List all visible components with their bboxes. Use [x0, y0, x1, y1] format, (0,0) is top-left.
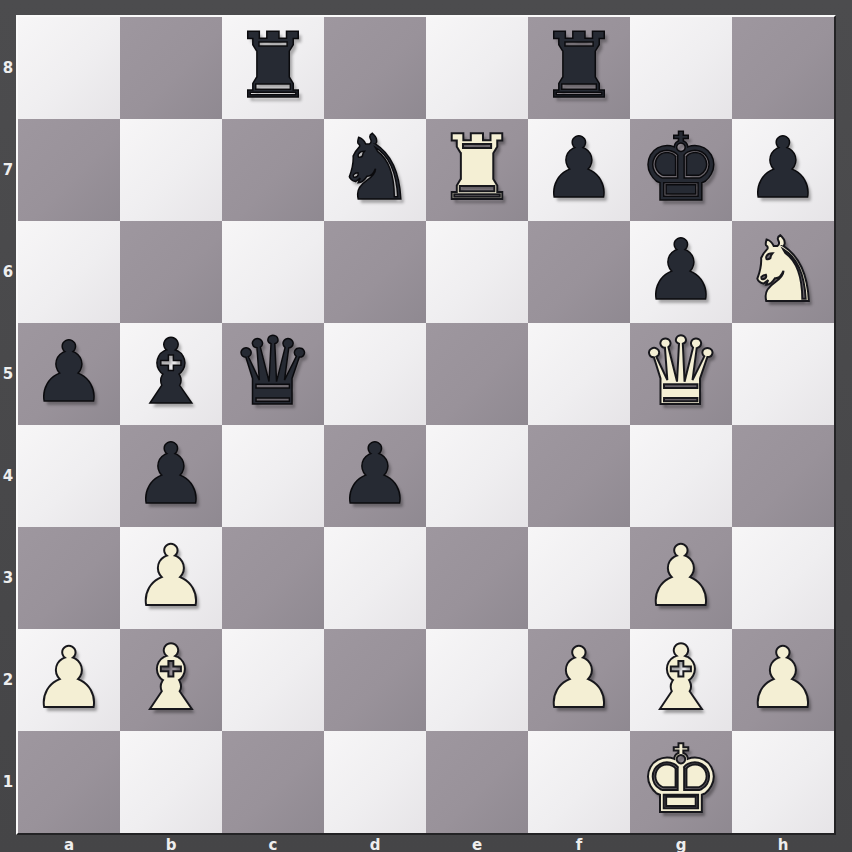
square-f7[interactable]: ♟	[528, 119, 630, 221]
square-d8[interactable]	[324, 17, 426, 119]
square-f1[interactable]	[528, 731, 630, 833]
piece-white-pawn-g3[interactable]: ♟	[643, 534, 718, 618]
square-g6[interactable]: ♟	[630, 221, 732, 323]
piece-black-king-g7[interactable]: ♚	[639, 121, 723, 215]
square-b2[interactable]: ♝	[120, 629, 222, 731]
square-c1[interactable]	[222, 731, 324, 833]
square-a2[interactable]: ♟	[18, 629, 120, 731]
square-f2[interactable]: ♟	[528, 629, 630, 731]
square-g8[interactable]	[630, 17, 732, 119]
piece-black-pawn-d4[interactable]: ♟	[337, 432, 412, 516]
file-label-h: h	[732, 837, 834, 852]
square-b8[interactable]	[120, 17, 222, 119]
file-label-d: d	[324, 837, 426, 852]
square-b7[interactable]	[120, 119, 222, 221]
square-a7[interactable]	[18, 119, 120, 221]
square-h1[interactable]	[732, 731, 834, 833]
square-g1[interactable]: ♚	[630, 731, 732, 833]
square-b3[interactable]: ♟	[120, 527, 222, 629]
square-h8[interactable]	[732, 17, 834, 119]
square-c8[interactable]: ♜	[222, 17, 324, 119]
square-b4[interactable]: ♟	[120, 425, 222, 527]
square-d7[interactable]: ♞	[324, 119, 426, 221]
square-a1[interactable]	[18, 731, 120, 833]
piece-black-rook-c8[interactable]: ♜	[233, 21, 314, 111]
square-d4[interactable]: ♟	[324, 425, 426, 527]
file-label-e: e	[426, 837, 528, 852]
piece-white-bishop-b2[interactable]: ♝	[131, 633, 212, 723]
square-h3[interactable]	[732, 527, 834, 629]
square-b1[interactable]	[120, 731, 222, 833]
square-g5[interactable]: ♛	[630, 323, 732, 425]
square-g2[interactable]: ♝	[630, 629, 732, 731]
square-b5[interactable]: ♝	[120, 323, 222, 425]
piece-black-pawn-b4[interactable]: ♟	[133, 432, 208, 516]
square-e1[interactable]	[426, 731, 528, 833]
piece-white-bishop-g2[interactable]: ♝	[641, 633, 722, 723]
rank-label-2: 2	[0, 629, 16, 731]
square-g4[interactable]	[630, 425, 732, 527]
square-d1[interactable]	[324, 731, 426, 833]
chess-board-frame: ♜♜♞♜♟♚♟♟♞♟♝♛♛♟♟♟♟♟♝♟♝♟♚ 87654321 abcdefg…	[0, 0, 852, 852]
square-c2[interactable]	[222, 629, 324, 731]
file-label-c: c	[222, 837, 324, 852]
square-d2[interactable]	[324, 629, 426, 731]
square-f5[interactable]	[528, 323, 630, 425]
square-f3[interactable]	[528, 527, 630, 629]
piece-white-queen-g5[interactable]: ♛	[639, 325, 723, 419]
rank-label-8: 8	[0, 17, 16, 119]
square-d6[interactable]	[324, 221, 426, 323]
piece-black-bishop-b5[interactable]: ♝	[131, 327, 212, 417]
piece-black-pawn-a5[interactable]: ♟	[31, 330, 106, 414]
chess-board: ♜♜♞♜♟♚♟♟♞♟♝♛♛♟♟♟♟♟♝♟♝♟♚	[16, 15, 836, 835]
piece-white-pawn-a2[interactable]: ♟	[31, 636, 106, 720]
square-e8[interactable]	[426, 17, 528, 119]
square-e6[interactable]	[426, 221, 528, 323]
square-a5[interactable]: ♟	[18, 323, 120, 425]
rank-label-3: 3	[0, 527, 16, 629]
square-a8[interactable]	[18, 17, 120, 119]
square-e2[interactable]	[426, 629, 528, 731]
rank-label-5: 5	[0, 323, 16, 425]
piece-black-rook-f8[interactable]: ♜	[539, 21, 620, 111]
square-h6[interactable]: ♞	[732, 221, 834, 323]
piece-white-pawn-h2[interactable]: ♟	[745, 636, 820, 720]
piece-black-queen-c5[interactable]: ♛	[231, 325, 315, 419]
square-h4[interactable]	[732, 425, 834, 527]
square-e3[interactable]	[426, 527, 528, 629]
piece-black-pawn-h7[interactable]: ♟	[745, 126, 820, 210]
square-e5[interactable]	[426, 323, 528, 425]
square-g3[interactable]: ♟	[630, 527, 732, 629]
square-e7[interactable]: ♜	[426, 119, 528, 221]
rank-label-1: 1	[0, 731, 16, 833]
square-d3[interactable]	[324, 527, 426, 629]
square-a6[interactable]	[18, 221, 120, 323]
square-h2[interactable]: ♟	[732, 629, 834, 731]
file-label-g: g	[630, 837, 732, 852]
square-f8[interactable]: ♜	[528, 17, 630, 119]
square-e4[interactable]	[426, 425, 528, 527]
square-d5[interactable]	[324, 323, 426, 425]
square-c6[interactable]	[222, 221, 324, 323]
square-a4[interactable]	[18, 425, 120, 527]
file-label-f: f	[528, 837, 630, 852]
piece-black-pawn-f7[interactable]: ♟	[541, 126, 616, 210]
rank-label-7: 7	[0, 119, 16, 221]
piece-white-rook-e7[interactable]: ♜	[437, 123, 518, 213]
piece-black-pawn-g6[interactable]: ♟	[643, 228, 718, 312]
square-a3[interactable]	[18, 527, 120, 629]
file-label-a: a	[18, 837, 120, 852]
square-c4[interactable]	[222, 425, 324, 527]
piece-black-knight-d7[interactable]: ♞	[335, 123, 416, 213]
square-g7[interactable]: ♚	[630, 119, 732, 221]
square-f6[interactable]	[528, 221, 630, 323]
piece-white-knight-h6[interactable]: ♞	[743, 225, 824, 315]
piece-white-king-g1[interactable]: ♚	[639, 733, 723, 827]
square-c5[interactable]: ♛	[222, 323, 324, 425]
square-f4[interactable]	[528, 425, 630, 527]
piece-white-pawn-b3[interactable]: ♟	[133, 534, 208, 618]
piece-white-pawn-f2[interactable]: ♟	[541, 636, 616, 720]
square-c3[interactable]	[222, 527, 324, 629]
square-b6[interactable]	[120, 221, 222, 323]
rank-label-6: 6	[0, 221, 16, 323]
square-h7[interactable]: ♟	[732, 119, 834, 221]
rank-label-4: 4	[0, 425, 16, 527]
file-label-b: b	[120, 837, 222, 852]
square-h5[interactable]	[732, 323, 834, 425]
square-c7[interactable]	[222, 119, 324, 221]
